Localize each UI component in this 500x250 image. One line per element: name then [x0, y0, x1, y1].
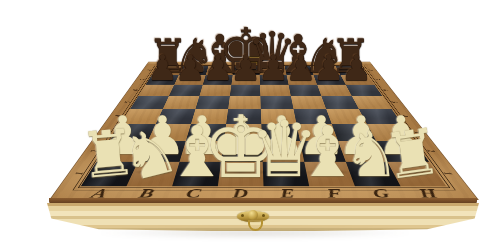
square-d1[interactable] — [217, 162, 263, 187]
rank-label-4: 4 — [112, 115, 122, 117]
rank-label-1: 1 — [441, 172, 454, 175]
square-e6[interactable] — [260, 85, 291, 96]
rank-label-8: 8 — [366, 70, 373, 71]
square-h6[interactable] — [345, 85, 382, 96]
square-d8[interactable] — [232, 66, 259, 75]
rank-label-2: 2 — [88, 150, 100, 153]
square-d6[interactable] — [230, 85, 260, 96]
square-b3[interactable] — [147, 124, 190, 141]
square-e1[interactable] — [262, 162, 309, 187]
square-d7[interactable] — [231, 75, 260, 85]
rank-label-4: 4 — [399, 115, 409, 117]
square-c6[interactable] — [199, 85, 231, 96]
square-d3[interactable] — [223, 124, 261, 141]
rank-label-5: 5 — [389, 101, 398, 103]
square-f6[interactable] — [288, 85, 321, 96]
file-label-E: E — [269, 63, 274, 65]
square-f7[interactable] — [286, 75, 317, 85]
square-b4[interactable] — [155, 109, 195, 124]
square-b6[interactable] — [169, 85, 203, 96]
square-c3[interactable] — [185, 124, 225, 141]
far-edge-highlight — [147, 62, 371, 63]
rank-label-6: 6 — [381, 89, 389, 90]
chess-set-photo: AABBCCDDEEFFGGHH1122334455667788 ♜♞♝♚♛♝♞… — [0, 0, 500, 250]
square-b8[interactable] — [179, 66, 209, 75]
rank-label-8: 8 — [145, 70, 152, 71]
square-c8[interactable] — [206, 66, 234, 75]
file-label-C: C — [219, 63, 224, 65]
file-label-F: F — [294, 63, 299, 65]
file-label-G: G — [319, 63, 325, 65]
rank-label-2: 2 — [424, 150, 436, 153]
square-f3[interactable] — [296, 124, 338, 141]
file-label-D: D — [244, 63, 249, 65]
square-h8[interactable] — [335, 66, 367, 75]
square-b5[interactable] — [163, 96, 200, 109]
file-label-B: B — [194, 63, 199, 65]
clasp-screw — [241, 214, 244, 217]
rank-label-1: 1 — [72, 172, 85, 175]
square-h4[interactable] — [358, 109, 401, 124]
square-c5[interactable] — [195, 96, 229, 109]
square-d2[interactable] — [221, 141, 263, 162]
square-e5[interactable] — [260, 96, 293, 109]
file-label-A: A — [168, 63, 174, 65]
square-c2[interactable] — [179, 141, 223, 162]
rank-label-7: 7 — [138, 79, 146, 80]
board-grid — [80, 66, 446, 187]
square-e3[interactable] — [261, 124, 300, 141]
rank-label-7: 7 — [373, 79, 381, 80]
rank-label-5: 5 — [122, 101, 131, 103]
square-e7[interactable] — [259, 75, 288, 85]
file-label-H: H — [343, 63, 350, 65]
rank-label-6: 6 — [131, 89, 139, 90]
clasp-screw — [262, 214, 265, 217]
chess-board: AABBCCDDEEFFGGHH1122334455667788 — [49, 62, 479, 200]
square-e2[interactable] — [262, 141, 304, 162]
square-d5[interactable] — [228, 96, 261, 109]
square-b7[interactable] — [174, 75, 206, 85]
square-c7[interactable] — [203, 75, 233, 85]
square-h5[interactable] — [351, 96, 391, 109]
square-c4[interactable] — [191, 109, 228, 124]
square-f4[interactable] — [293, 109, 331, 124]
square-d4[interactable] — [226, 109, 261, 124]
clasp-knob — [248, 210, 258, 220]
square-f8[interactable] — [284, 66, 313, 75]
rank-label-3: 3 — [101, 131, 112, 133]
square-c1[interactable] — [172, 162, 221, 187]
square-e4[interactable] — [260, 109, 296, 124]
square-f5[interactable] — [290, 96, 325, 109]
rank-label-3: 3 — [411, 131, 422, 133]
square-e8[interactable] — [259, 66, 286, 75]
square-h7[interactable] — [340, 75, 374, 85]
